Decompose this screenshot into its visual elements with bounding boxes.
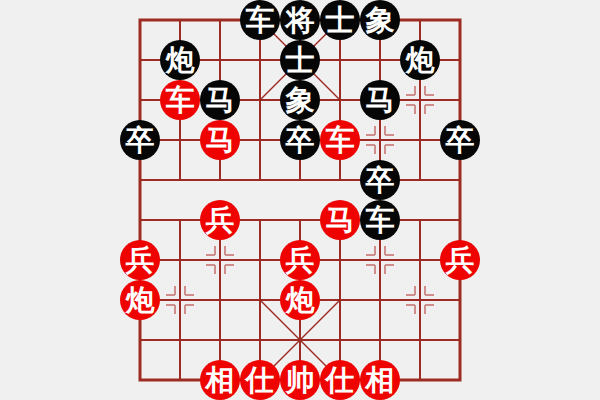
piece-black-3-0[interactable]: 车 — [240, 0, 280, 40]
piece-red-2-3[interactable]: 马 — [200, 120, 240, 160]
piece-red-1-2[interactable]: 车 — [160, 80, 200, 120]
piece-black-4-0[interactable]: 将 — [280, 0, 320, 40]
piece-black-0-3[interactable]: 卒 — [120, 120, 160, 160]
piece-black-6-0[interactable]: 象 — [360, 0, 400, 40]
piece-black-8-3[interactable]: 卒 — [440, 120, 480, 160]
piece-red-2-5[interactable]: 兵 — [200, 200, 240, 240]
piece-red-5-5[interactable]: 马 — [320, 200, 360, 240]
xiangqi-board: 车将士象炮士炮车马象马卒马卒车卒卒兵马车兵兵兵炮炮相仕帅仕相 — [0, 0, 600, 400]
piece-black-4-3[interactable]: 卒 — [280, 120, 320, 160]
piece-black-6-4[interactable]: 卒 — [360, 160, 400, 200]
piece-black-6-5[interactable]: 车 — [360, 200, 400, 240]
piece-black-5-0[interactable]: 士 — [320, 0, 360, 40]
piece-red-4-7[interactable]: 炮 — [280, 280, 320, 320]
piece-red-5-3[interactable]: 车 — [320, 120, 360, 160]
piece-black-1-1[interactable]: 炮 — [160, 40, 200, 80]
piece-red-3-9[interactable]: 仕 — [240, 360, 280, 400]
piece-red-6-9[interactable]: 相 — [360, 360, 400, 400]
piece-black-6-2[interactable]: 马 — [360, 80, 400, 120]
piece-black-2-2[interactable]: 马 — [200, 80, 240, 120]
piece-black-7-1[interactable]: 炮 — [400, 40, 440, 80]
piece-red-8-6[interactable]: 兵 — [440, 240, 480, 280]
piece-red-4-6[interactable]: 兵 — [280, 240, 320, 280]
piece-black-4-2[interactable]: 象 — [280, 80, 320, 120]
piece-red-4-9[interactable]: 帅 — [280, 360, 320, 400]
piece-black-4-1[interactable]: 士 — [280, 40, 320, 80]
piece-red-2-9[interactable]: 相 — [200, 360, 240, 400]
piece-red-5-9[interactable]: 仕 — [320, 360, 360, 400]
piece-red-0-7[interactable]: 炮 — [120, 280, 160, 320]
piece-red-0-6[interactable]: 兵 — [120, 240, 160, 280]
